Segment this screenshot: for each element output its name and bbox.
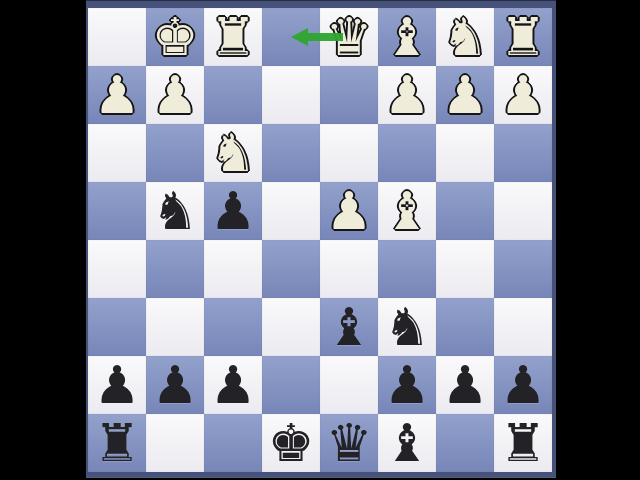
square-a4[interactable] [494,182,552,240]
square-e3[interactable] [262,124,320,182]
square-b1[interactable]: ♞ [436,8,494,66]
black-rook-piece: ♜ [494,414,552,472]
square-h3[interactable] [88,124,146,182]
black-king-piece: ♚ [262,414,320,472]
square-c4[interactable]: ♝ [378,182,436,240]
square-f5[interactable] [204,240,262,298]
square-a6[interactable] [494,298,552,356]
square-a2[interactable]: ♟ [494,66,552,124]
black-pawn-piece: ♟ [204,182,262,240]
white-knight-piece: ♞ [204,124,262,182]
square-f1[interactable]: ♜ [204,8,262,66]
white-bishop-piece: ♝ [378,8,436,66]
black-bishop-piece: ♝ [320,298,378,356]
square-b4[interactable] [436,182,494,240]
square-f4[interactable]: ♟ [204,182,262,240]
chess-board: ♚♜♛♝♞♜♟♟♟♟♟♞♞♟♟♝♝♞♟♟♟♟♟♟♜♚♛♝♜ [88,8,552,472]
black-pawn-piece: ♟ [204,356,262,414]
black-knight-piece: ♞ [146,182,204,240]
square-b6[interactable] [436,298,494,356]
square-c6[interactable]: ♞ [378,298,436,356]
square-d5[interactable] [320,240,378,298]
square-f2[interactable] [204,66,262,124]
square-d7[interactable] [320,356,378,414]
square-e4[interactable] [262,182,320,240]
square-d6[interactable]: ♝ [320,298,378,356]
white-pawn-piece: ♟ [378,66,436,124]
white-pawn-piece: ♟ [320,182,378,240]
square-c3[interactable] [378,124,436,182]
black-queen-piece: ♛ [320,414,378,472]
square-c7[interactable]: ♟ [378,356,436,414]
square-d3[interactable] [320,124,378,182]
square-a1[interactable]: ♜ [494,8,552,66]
square-c5[interactable] [378,240,436,298]
square-a8[interactable]: ♜ [494,414,552,472]
square-e2[interactable] [262,66,320,124]
white-knight-piece: ♞ [436,8,494,66]
white-pawn-piece: ♟ [146,66,204,124]
square-c8[interactable]: ♝ [378,414,436,472]
square-g2[interactable]: ♟ [146,66,204,124]
black-rook-piece: ♜ [88,414,146,472]
square-h8[interactable]: ♜ [88,414,146,472]
board-frame: ♚♜♛♝♞♜♟♟♟♟♟♞♞♟♟♝♝♞♟♟♟♟♟♟♜♚♛♝♜ [86,0,556,478]
square-h6[interactable] [88,298,146,356]
square-d8[interactable]: ♛ [320,414,378,472]
square-h5[interactable] [88,240,146,298]
black-knight-piece: ♞ [378,298,436,356]
white-pawn-piece: ♟ [494,66,552,124]
black-pawn-piece: ♟ [146,356,204,414]
black-pawn-piece: ♟ [436,356,494,414]
square-h4[interactable] [88,182,146,240]
pillarbox-right [556,0,640,480]
square-c1[interactable]: ♝ [378,8,436,66]
white-rook-piece: ♜ [494,8,552,66]
square-g1[interactable]: ♚ [146,8,204,66]
pillarbox-left [0,0,86,480]
white-bishop-piece: ♝ [378,182,436,240]
square-b3[interactable] [436,124,494,182]
white-king-piece: ♚ [146,8,204,66]
square-d2[interactable] [320,66,378,124]
square-e1[interactable] [262,8,320,66]
square-g6[interactable] [146,298,204,356]
black-pawn-piece: ♟ [494,356,552,414]
square-f6[interactable] [204,298,262,356]
square-b7[interactable]: ♟ [436,356,494,414]
square-b5[interactable] [436,240,494,298]
black-bishop-piece: ♝ [378,414,436,472]
square-g4[interactable]: ♞ [146,182,204,240]
square-g8[interactable] [146,414,204,472]
white-queen-piece: ♛ [320,8,378,66]
square-f3[interactable]: ♞ [204,124,262,182]
square-b2[interactable]: ♟ [436,66,494,124]
square-f7[interactable]: ♟ [204,356,262,414]
white-pawn-piece: ♟ [88,66,146,124]
square-h2[interactable]: ♟ [88,66,146,124]
square-h7[interactable]: ♟ [88,356,146,414]
video-frame: ♚♜♛♝♞♜♟♟♟♟♟♞♞♟♟♝♝♞♟♟♟♟♟♟♜♚♛♝♜ [0,0,640,480]
square-a5[interactable] [494,240,552,298]
black-pawn-piece: ♟ [378,356,436,414]
square-b8[interactable] [436,414,494,472]
square-e8[interactable]: ♚ [262,414,320,472]
square-f8[interactable] [204,414,262,472]
square-e5[interactable] [262,240,320,298]
square-g5[interactable] [146,240,204,298]
square-a3[interactable] [494,124,552,182]
square-a7[interactable]: ♟ [494,356,552,414]
square-h1[interactable] [88,8,146,66]
square-e7[interactable] [262,356,320,414]
square-d1[interactable]: ♛ [320,8,378,66]
square-e6[interactable] [262,298,320,356]
white-rook-piece: ♜ [204,8,262,66]
square-g7[interactable]: ♟ [146,356,204,414]
square-d4[interactable]: ♟ [320,182,378,240]
square-g3[interactable] [146,124,204,182]
white-pawn-piece: ♟ [436,66,494,124]
black-pawn-piece: ♟ [88,356,146,414]
square-c2[interactable]: ♟ [378,66,436,124]
